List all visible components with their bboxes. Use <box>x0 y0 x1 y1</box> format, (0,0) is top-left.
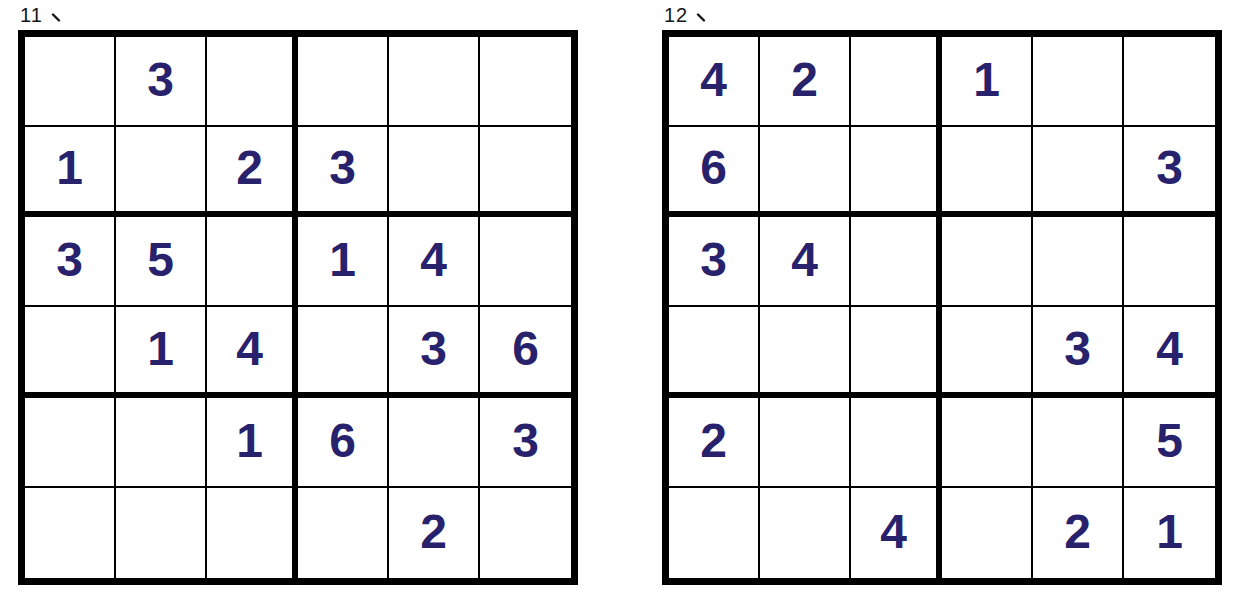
puzzle12-cell-r6c5[interactable]: 2 <box>1033 488 1124 578</box>
puzzle12-cell-r2c2[interactable] <box>760 127 851 217</box>
puzzle12-cell-r3c5[interactable] <box>1033 217 1124 307</box>
puzzle12-cell-r4c4[interactable] <box>942 307 1033 397</box>
puzzle11-cell-r2c1[interactable]: 1 <box>25 127 116 217</box>
puzzle12-cell-r5c5[interactable] <box>1033 398 1124 488</box>
puzzle12-cell-r6c4[interactable] <box>942 488 1033 578</box>
puzzle11-cell-r3c2[interactable]: 5 <box>116 217 207 307</box>
puzzle11-cell-r3c6[interactable] <box>480 217 571 307</box>
puzzle12-cell-r4c1[interactable] <box>669 307 760 397</box>
puzzle11-cell-r5c2[interactable] <box>116 398 207 488</box>
puzzle12-cell-r4c2[interactable] <box>760 307 851 397</box>
given-digit: 6 <box>512 325 539 373</box>
given-digit: 6 <box>329 417 356 465</box>
puzzle12-cell-r1c2[interactable]: 2 <box>760 37 851 127</box>
given-digit: 5 <box>1156 417 1183 465</box>
puzzle11-cell-r6c4[interactable] <box>298 488 389 578</box>
ideographic-comma-icon <box>696 13 706 23</box>
puzzle-12-number: 12 <box>664 4 688 27</box>
puzzle-11-label: 11 <box>18 2 578 28</box>
puzzle12-cell-r6c1[interactable] <box>669 488 760 578</box>
puzzle11-cell-r5c5[interactable] <box>389 398 480 488</box>
puzzle11-cell-r6c3[interactable] <box>207 488 298 578</box>
given-digit: 3 <box>147 56 174 104</box>
puzzle11-cell-r6c2[interactable] <box>116 488 207 578</box>
puzzle12-cell-r2c1[interactable]: 6 <box>669 127 760 217</box>
puzzle11-cell-r5c3[interactable]: 1 <box>207 398 298 488</box>
puzzle12-cell-r6c6[interactable]: 1 <box>1124 488 1215 578</box>
given-digit: 4 <box>791 236 818 284</box>
puzzle11-cell-r6c6[interactable] <box>480 488 571 578</box>
given-digit: 3 <box>329 144 356 192</box>
puzzle11-cell-r3c4[interactable]: 1 <box>298 217 389 307</box>
given-digit: 1 <box>236 417 263 465</box>
puzzle11-cell-r5c4[interactable]: 6 <box>298 398 389 488</box>
given-digit: 3 <box>700 236 727 284</box>
puzzle12-cell-r1c5[interactable] <box>1033 37 1124 127</box>
puzzle11-cell-r2c3[interactable]: 2 <box>207 127 298 217</box>
sudoku-board-12: 42163343425421 <box>662 30 1222 585</box>
puzzle11-cell-r3c1[interactable]: 3 <box>25 217 116 307</box>
puzzle-11-number: 11 <box>20 4 43 27</box>
given-digit: 2 <box>700 417 727 465</box>
puzzle12-cell-r2c5[interactable] <box>1033 127 1124 217</box>
sudoku-board-11: 3123351414361632 <box>18 30 578 585</box>
puzzle11-cell-r4c5[interactable]: 3 <box>389 307 480 397</box>
puzzle11-cell-r4c3[interactable]: 4 <box>207 307 298 397</box>
puzzle11-cell-r1c2[interactable]: 3 <box>116 37 207 127</box>
puzzle12-cell-r5c6[interactable]: 5 <box>1124 398 1215 488</box>
given-digit: 2 <box>420 508 447 556</box>
puzzle11-cell-r1c1[interactable] <box>25 37 116 127</box>
puzzle11-cell-r4c1[interactable] <box>25 307 116 397</box>
given-digit: 2 <box>1064 508 1091 556</box>
puzzle-12: 12 42163343425421 <box>662 2 1222 585</box>
puzzle12-cell-r2c3[interactable] <box>851 127 942 217</box>
puzzle11-cell-r2c4[interactable]: 3 <box>298 127 389 217</box>
puzzle-11: 11 3123351414361632 <box>18 2 578 585</box>
puzzle12-cell-r2c6[interactable]: 3 <box>1124 127 1215 217</box>
puzzle11-cell-r4c4[interactable] <box>298 307 389 397</box>
puzzle12-cell-r5c4[interactable] <box>942 398 1033 488</box>
puzzle12-cell-r6c3[interactable]: 4 <box>851 488 942 578</box>
given-digit: 3 <box>56 236 83 284</box>
given-digit: 4 <box>1156 325 1183 373</box>
given-digit: 1 <box>56 144 83 192</box>
puzzle12-cell-r3c6[interactable] <box>1124 217 1215 307</box>
puzzle12-cell-r4c3[interactable] <box>851 307 942 397</box>
given-digit: 4 <box>420 236 447 284</box>
given-digit: 1 <box>1156 508 1183 556</box>
puzzle12-cell-r1c1[interactable]: 4 <box>669 37 760 127</box>
puzzle11-cell-r2c6[interactable] <box>480 127 571 217</box>
puzzle11-cell-r3c3[interactable] <box>207 217 298 307</box>
puzzle12-cell-r4c5[interactable]: 3 <box>1033 307 1124 397</box>
puzzle12-cell-r5c2[interactable] <box>760 398 851 488</box>
puzzle12-cell-r2c4[interactable] <box>942 127 1033 217</box>
puzzle11-cell-r4c2[interactable]: 1 <box>116 307 207 397</box>
puzzle11-cell-r5c1[interactable] <box>25 398 116 488</box>
puzzle12-cell-r1c3[interactable] <box>851 37 942 127</box>
puzzle12-cell-r5c1[interactable]: 2 <box>669 398 760 488</box>
given-digit: 6 <box>700 144 727 192</box>
puzzle11-cell-r1c3[interactable] <box>207 37 298 127</box>
given-digit: 1 <box>147 325 174 373</box>
puzzle11-cell-r2c5[interactable] <box>389 127 480 217</box>
puzzle12-cell-r1c6[interactable] <box>1124 37 1215 127</box>
given-digit: 3 <box>1064 325 1091 373</box>
given-digit: 3 <box>512 417 539 465</box>
given-digit: 3 <box>420 325 447 373</box>
puzzle12-cell-r5c3[interactable] <box>851 398 942 488</box>
puzzle12-cell-r6c2[interactable] <box>760 488 851 578</box>
puzzle12-cell-r3c1[interactable]: 3 <box>669 217 760 307</box>
given-digit: 5 <box>147 236 174 284</box>
puzzle11-cell-r1c5[interactable] <box>389 37 480 127</box>
given-digit: 4 <box>700 56 727 104</box>
puzzle11-cell-r5c6[interactable]: 3 <box>480 398 571 488</box>
puzzle12-cell-r3c4[interactable] <box>942 217 1033 307</box>
puzzle-12-label: 12 <box>662 2 1222 28</box>
puzzle11-cell-r3c5[interactable]: 4 <box>389 217 480 307</box>
given-digit: 1 <box>973 56 1000 104</box>
sudoku-worksheet-page: 11 3123351414361632 12 42163343425421 <box>0 0 1236 605</box>
puzzle11-cell-r2c2[interactable] <box>116 127 207 217</box>
puzzle12-cell-r3c3[interactable] <box>851 217 942 307</box>
given-digit: 4 <box>236 325 263 373</box>
given-digit: 1 <box>329 236 356 284</box>
given-digit: 2 <box>791 56 818 104</box>
puzzle11-cell-r6c1[interactable] <box>25 488 116 578</box>
ideographic-comma-icon <box>51 13 61 23</box>
puzzle12-cell-r3c2[interactable]: 4 <box>760 217 851 307</box>
given-digit: 2 <box>236 144 263 192</box>
puzzle11-cell-r1c6[interactable] <box>480 37 571 127</box>
puzzle12-cell-r1c4[interactable]: 1 <box>942 37 1033 127</box>
puzzle11-cell-r4c6[interactable]: 6 <box>480 307 571 397</box>
puzzle12-cell-r4c6[interactable]: 4 <box>1124 307 1215 397</box>
puzzle11-cell-r1c4[interactable] <box>298 37 389 127</box>
given-digit: 4 <box>880 508 907 556</box>
puzzle11-cell-r6c5[interactable]: 2 <box>389 488 480 578</box>
given-digit: 3 <box>1156 144 1183 192</box>
